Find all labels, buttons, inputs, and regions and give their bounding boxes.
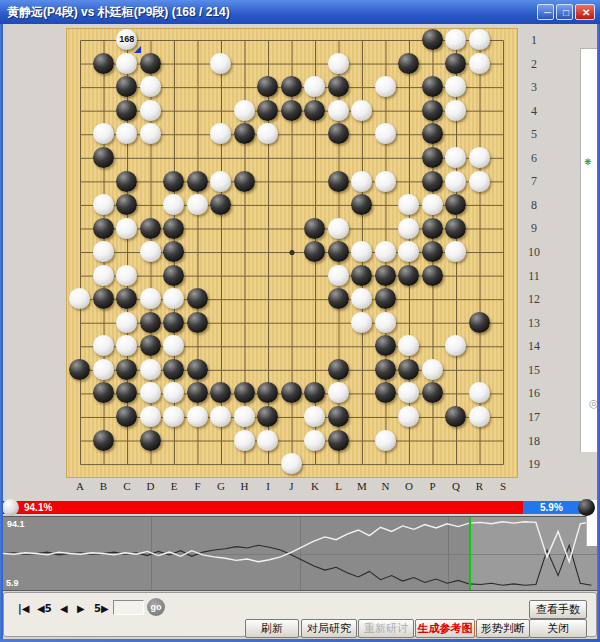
board-cell-J1[interactable] [280, 28, 304, 52]
board-cell-J11[interactable] [280, 263, 304, 287]
board-cell-B5[interactable] [92, 122, 116, 146]
board-cell-N14[interactable] [374, 334, 398, 358]
board-cell-J7[interactable] [280, 169, 304, 193]
board-cell-L15[interactable] [327, 358, 351, 382]
board-cell-L10[interactable] [327, 240, 351, 264]
board-cell-G2[interactable] [209, 52, 233, 76]
board-cell-L13[interactable] [327, 311, 351, 335]
board-cell-J3[interactable] [280, 75, 304, 99]
board-cell-H13[interactable] [233, 311, 257, 335]
board-cell-A16[interactable] [68, 381, 92, 405]
board-cell-N6[interactable] [374, 146, 398, 170]
board-cell-Q6[interactable] [444, 146, 468, 170]
board-cell-R11[interactable] [468, 263, 492, 287]
board-cell-N15[interactable] [374, 358, 398, 382]
forward-1-button[interactable]: ▶ [77, 601, 85, 615]
board-cell-E5[interactable] [162, 122, 186, 146]
board-cell-Q1[interactable] [444, 28, 468, 52]
board-cell-R9[interactable] [468, 216, 492, 240]
board-cell-Q9[interactable] [444, 216, 468, 240]
board-cell-K10[interactable] [303, 240, 327, 264]
board-cell-I1[interactable] [256, 28, 280, 52]
board-cell-C5[interactable] [115, 122, 139, 146]
board-cell-N1[interactable] [374, 28, 398, 52]
board-cell-E9[interactable] [162, 216, 186, 240]
board-cell-G1[interactable] [209, 28, 233, 52]
board-cell-P3[interactable] [421, 75, 445, 99]
board-cell-K15[interactable] [303, 358, 327, 382]
board-cell-S16[interactable] [491, 381, 515, 405]
board-cell-B18[interactable] [92, 428, 116, 452]
board-cell-O7[interactable] [397, 169, 421, 193]
board-cell-G14[interactable] [209, 334, 233, 358]
board-cell-C6[interactable] [115, 146, 139, 170]
board-cell-E11[interactable] [162, 263, 186, 287]
board-cell-G10[interactable] [209, 240, 233, 264]
board-cell-D7[interactable] [139, 169, 163, 193]
close-window-button[interactable]: ✕ [575, 4, 595, 20]
view-moves-button[interactable]: 查看手数 [529, 600, 587, 619]
board-cell-F3[interactable] [186, 75, 210, 99]
board-cell-D8[interactable] [139, 193, 163, 217]
board-cell-P11[interactable] [421, 263, 445, 287]
board-cell-L4[interactable] [327, 99, 351, 123]
board-cell-S7[interactable] [491, 169, 515, 193]
board-cell-L11[interactable] [327, 263, 351, 287]
board-cell-I5[interactable] [256, 122, 280, 146]
board-cell-H3[interactable] [233, 75, 257, 99]
board-cell-J18[interactable] [280, 428, 304, 452]
board-cell-H16[interactable] [233, 381, 257, 405]
board-cell-I11[interactable] [256, 263, 280, 287]
board-cell-B2[interactable] [92, 52, 116, 76]
board-cell-S1[interactable] [491, 28, 515, 52]
board-cell-L1[interactable] [327, 28, 351, 52]
board-cell-F16[interactable] [186, 381, 210, 405]
board-cell-Q3[interactable] [444, 75, 468, 99]
maximize-button[interactable]: □ [556, 4, 573, 20]
board-cell-D6[interactable] [139, 146, 163, 170]
board-cell-F19[interactable] [186, 452, 210, 476]
board-cell-O12[interactable] [397, 287, 421, 311]
board-cell-R19[interactable] [468, 452, 492, 476]
board-cell-L9[interactable] [327, 216, 351, 240]
board-cell-D2[interactable] [139, 52, 163, 76]
board-cell-P6[interactable] [421, 146, 445, 170]
board-cell-L14[interactable] [327, 334, 351, 358]
board-cell-Q8[interactable] [444, 193, 468, 217]
board-cell-M19[interactable] [350, 452, 374, 476]
board-cell-A8[interactable] [68, 193, 92, 217]
board-cell-Q17[interactable] [444, 405, 468, 429]
board-cell-J5[interactable] [280, 122, 304, 146]
move-number-input[interactable] [113, 600, 144, 615]
board-cell-G13[interactable] [209, 311, 233, 335]
current-move-cursor[interactable] [469, 517, 471, 590]
board-cell-P13[interactable] [421, 311, 445, 335]
board-cell-R12[interactable] [468, 287, 492, 311]
board-cell-B15[interactable] [92, 358, 116, 382]
board-cell-A12[interactable] [68, 287, 92, 311]
board-cell-J10[interactable] [280, 240, 304, 264]
board-cell-K3[interactable] [303, 75, 327, 99]
board-cell-L5[interactable] [327, 122, 351, 146]
board-cell-S13[interactable] [491, 311, 515, 335]
board-cell-I12[interactable] [256, 287, 280, 311]
board-cell-I13[interactable] [256, 311, 280, 335]
board-cell-M2[interactable] [350, 52, 374, 76]
board-cell-S2[interactable] [491, 52, 515, 76]
board-cell-H10[interactable] [233, 240, 257, 264]
board-cell-C12[interactable] [115, 287, 139, 311]
board-cell-G19[interactable] [209, 452, 233, 476]
board-cell-I10[interactable] [256, 240, 280, 264]
board-cell-I7[interactable] [256, 169, 280, 193]
board-cell-G15[interactable] [209, 358, 233, 382]
board-cell-D13[interactable] [139, 311, 163, 335]
board-cell-K18[interactable] [303, 428, 327, 452]
board-cell-C9[interactable] [115, 216, 139, 240]
board-cell-P4[interactable] [421, 99, 445, 123]
board-cell-D10[interactable] [139, 240, 163, 264]
board-cell-M15[interactable] [350, 358, 374, 382]
board-cell-A4[interactable] [68, 99, 92, 123]
board-cell-M4[interactable] [350, 99, 374, 123]
go-button[interactable]: go [147, 598, 165, 616]
board-cell-A5[interactable] [68, 122, 92, 146]
board-cell-P16[interactable] [421, 381, 445, 405]
board-cell-B17[interactable] [92, 405, 116, 429]
back-5-button[interactable]: ◀5 [37, 601, 52, 615]
board-cell-S19[interactable] [491, 452, 515, 476]
board-cell-K8[interactable] [303, 193, 327, 217]
board-cell-Q4[interactable] [444, 99, 468, 123]
board-cell-H6[interactable] [233, 146, 257, 170]
position-judgement-button[interactable]: 形势判断 [476, 619, 530, 638]
board-cell-D9[interactable] [139, 216, 163, 240]
board-cell-N16[interactable] [374, 381, 398, 405]
board-cell-A3[interactable] [68, 75, 92, 99]
board-cell-Q16[interactable] [444, 381, 468, 405]
board-cell-D18[interactable] [139, 428, 163, 452]
board-cell-B19[interactable] [92, 452, 116, 476]
board-cell-C16[interactable] [115, 381, 139, 405]
board-cell-E15[interactable] [162, 358, 186, 382]
board-cell-N19[interactable] [374, 452, 398, 476]
board-cell-R6[interactable] [468, 146, 492, 170]
minimize-button[interactable]: ─ [537, 4, 554, 20]
board-cell-H18[interactable] [233, 428, 257, 452]
board-cell-C11[interactable] [115, 263, 139, 287]
board-cell-P12[interactable] [421, 287, 445, 311]
board-cell-A13[interactable] [68, 311, 92, 335]
board-cell-N8[interactable] [374, 193, 398, 217]
board-cell-I16[interactable] [256, 381, 280, 405]
board-cell-S11[interactable] [491, 263, 515, 287]
board-cell-A7[interactable] [68, 169, 92, 193]
board-cell-P7[interactable] [421, 169, 445, 193]
board-cell-Q15[interactable] [444, 358, 468, 382]
board-cell-I19[interactable] [256, 452, 280, 476]
game-study-button[interactable]: 对局研究 [301, 619, 357, 638]
board-cell-G9[interactable] [209, 216, 233, 240]
board-cell-D12[interactable] [139, 287, 163, 311]
restudy-button[interactable]: 重新研讨 [358, 619, 414, 638]
board-cell-A17[interactable] [68, 405, 92, 429]
board-cell-I2[interactable] [256, 52, 280, 76]
generate-reference-button[interactable]: 生成参考图 [415, 619, 475, 638]
board-cell-J6[interactable] [280, 146, 304, 170]
board-cell-K11[interactable] [303, 263, 327, 287]
board-cell-F8[interactable] [186, 193, 210, 217]
board-cell-E14[interactable] [162, 334, 186, 358]
board-cell-S5[interactable] [491, 122, 515, 146]
first-move-button[interactable]: |◀ [18, 601, 29, 615]
board-cell-H9[interactable] [233, 216, 257, 240]
board-cell-O10[interactable] [397, 240, 421, 264]
board-cell-G8[interactable] [209, 193, 233, 217]
board-cell-K14[interactable] [303, 334, 327, 358]
board-cell-E12[interactable] [162, 287, 186, 311]
board-cell-G4[interactable] [209, 99, 233, 123]
board-cell-J14[interactable] [280, 334, 304, 358]
board-cell-J19[interactable] [280, 452, 304, 476]
board-cell-N13[interactable] [374, 311, 398, 335]
board-cell-R4[interactable] [468, 99, 492, 123]
board-cell-C8[interactable] [115, 193, 139, 217]
board-cell-K7[interactable] [303, 169, 327, 193]
board-cell-Q18[interactable] [444, 428, 468, 452]
board-cell-B6[interactable] [92, 146, 116, 170]
board-cell-Q2[interactable] [444, 52, 468, 76]
board-cell-M18[interactable] [350, 428, 374, 452]
board-cell-A18[interactable] [68, 428, 92, 452]
close-button[interactable]: 关闭 [529, 619, 587, 638]
board-cell-L18[interactable] [327, 428, 351, 452]
board-cell-N5[interactable] [374, 122, 398, 146]
board-cell-O8[interactable] [397, 193, 421, 217]
board-cell-R3[interactable] [468, 75, 492, 99]
board-cell-H19[interactable] [233, 452, 257, 476]
board-cell-E19[interactable] [162, 452, 186, 476]
board-cell-F5[interactable] [186, 122, 210, 146]
board-cell-O15[interactable] [397, 358, 421, 382]
board-cell-M17[interactable] [350, 405, 374, 429]
board-cell-P1[interactable] [421, 28, 445, 52]
board-cell-N7[interactable] [374, 169, 398, 193]
board-cell-L7[interactable] [327, 169, 351, 193]
board-cell-Q11[interactable] [444, 263, 468, 287]
board-cell-D4[interactable] [139, 99, 163, 123]
board-cell-H5[interactable] [233, 122, 257, 146]
board-cell-B11[interactable] [92, 263, 116, 287]
board-cell-R1[interactable] [468, 28, 492, 52]
board-cell-N17[interactable] [374, 405, 398, 429]
board-cell-K13[interactable] [303, 311, 327, 335]
board-cell-C10[interactable] [115, 240, 139, 264]
board-cell-E6[interactable] [162, 146, 186, 170]
board-cell-R13[interactable] [468, 311, 492, 335]
board-cell-B8[interactable] [92, 193, 116, 217]
board-cell-R7[interactable] [468, 169, 492, 193]
winrate-graph[interactable]: 94.1 5.9 [2, 516, 598, 591]
board-cell-N4[interactable] [374, 99, 398, 123]
board-cell-M13[interactable] [350, 311, 374, 335]
board-cell-P9[interactable] [421, 216, 445, 240]
board-cell-P18[interactable] [421, 428, 445, 452]
board-cell-B9[interactable] [92, 216, 116, 240]
board-cell-E16[interactable] [162, 381, 186, 405]
board-cell-A19[interactable] [68, 452, 92, 476]
board-cell-F13[interactable] [186, 311, 210, 335]
board-cell-S8[interactable] [491, 193, 515, 217]
board-cell-R16[interactable] [468, 381, 492, 405]
board-cell-D17[interactable] [139, 405, 163, 429]
board-cell-C2[interactable] [115, 52, 139, 76]
board-cell-I17[interactable] [256, 405, 280, 429]
board-cell-S15[interactable] [491, 358, 515, 382]
board-cell-K6[interactable] [303, 146, 327, 170]
board-cell-E8[interactable] [162, 193, 186, 217]
board-cell-Q14[interactable] [444, 334, 468, 358]
board-cell-D15[interactable] [139, 358, 163, 382]
board-cell-R2[interactable] [468, 52, 492, 76]
board-cell-F17[interactable] [186, 405, 210, 429]
board-cell-J16[interactable] [280, 381, 304, 405]
board-cell-C4[interactable] [115, 99, 139, 123]
board-cell-P5[interactable] [421, 122, 445, 146]
board-cell-M6[interactable] [350, 146, 374, 170]
board-cell-H17[interactable] [233, 405, 257, 429]
board-cell-D11[interactable] [139, 263, 163, 287]
board-cell-M11[interactable] [350, 263, 374, 287]
board-cell-D16[interactable] [139, 381, 163, 405]
board-cell-L12[interactable] [327, 287, 351, 311]
board-cell-N12[interactable] [374, 287, 398, 311]
board-cell-P14[interactable] [421, 334, 445, 358]
board-cell-D14[interactable] [139, 334, 163, 358]
board-cell-H7[interactable] [233, 169, 257, 193]
board-cell-G7[interactable] [209, 169, 233, 193]
board-cell-C13[interactable] [115, 311, 139, 335]
board-cell-O18[interactable] [397, 428, 421, 452]
board-cell-F11[interactable] [186, 263, 210, 287]
board-cell-E13[interactable] [162, 311, 186, 335]
board-cell-M10[interactable] [350, 240, 374, 264]
board-cell-R8[interactable] [468, 193, 492, 217]
board-cell-B4[interactable] [92, 99, 116, 123]
board-cell-A15[interactable] [68, 358, 92, 382]
board-cell-P15[interactable] [421, 358, 445, 382]
board-cell-N10[interactable] [374, 240, 398, 264]
board-cell-I8[interactable] [256, 193, 280, 217]
board-cell-F7[interactable] [186, 169, 210, 193]
board-cell-G5[interactable] [209, 122, 233, 146]
board-cell-L6[interactable] [327, 146, 351, 170]
board-cell-E18[interactable] [162, 428, 186, 452]
board-cell-R18[interactable] [468, 428, 492, 452]
board-cell-H2[interactable] [233, 52, 257, 76]
board-cell-O4[interactable] [397, 99, 421, 123]
board-cell-G17[interactable] [209, 405, 233, 429]
board-cell-A2[interactable] [68, 52, 92, 76]
board-cell-M12[interactable] [350, 287, 374, 311]
board-cell-I4[interactable] [256, 99, 280, 123]
board-cell-I18[interactable] [256, 428, 280, 452]
board-cell-F14[interactable] [186, 334, 210, 358]
board-cell-J4[interactable] [280, 99, 304, 123]
board-cell-B16[interactable] [92, 381, 116, 405]
board-cell-A6[interactable] [68, 146, 92, 170]
board-cell-M1[interactable] [350, 28, 374, 52]
board-cell-R10[interactable] [468, 240, 492, 264]
board-cell-Q7[interactable] [444, 169, 468, 193]
board-cell-S3[interactable] [491, 75, 515, 99]
board-cell-P19[interactable] [421, 452, 445, 476]
board-cell-S12[interactable] [491, 287, 515, 311]
board-cell-E17[interactable] [162, 405, 186, 429]
board-cell-S14[interactable] [491, 334, 515, 358]
board-cell-O16[interactable] [397, 381, 421, 405]
board-cell-G11[interactable] [209, 263, 233, 287]
board-cell-L8[interactable] [327, 193, 351, 217]
board-cell-H12[interactable] [233, 287, 257, 311]
board-cell-D1[interactable] [139, 28, 163, 52]
board-cell-F18[interactable] [186, 428, 210, 452]
board-cell-A11[interactable] [68, 263, 92, 287]
board-cell-G6[interactable] [209, 146, 233, 170]
board-cell-Q5[interactable] [444, 122, 468, 146]
board-cell-J15[interactable] [280, 358, 304, 382]
board-cell-B3[interactable] [92, 75, 116, 99]
board-cell-P8[interactable] [421, 193, 445, 217]
board-cell-S9[interactable] [491, 216, 515, 240]
board-cell-B14[interactable] [92, 334, 116, 358]
board-cell-E3[interactable] [162, 75, 186, 99]
board-cell-K17[interactable] [303, 405, 327, 429]
board-cell-R15[interactable] [468, 358, 492, 382]
board-cell-M5[interactable] [350, 122, 374, 146]
board-cell-M16[interactable] [350, 381, 374, 405]
board-cell-O1[interactable] [397, 28, 421, 52]
board-cell-A14[interactable] [68, 334, 92, 358]
board-cell-P17[interactable] [421, 405, 445, 429]
board-cell-O9[interactable] [397, 216, 421, 240]
forward-5-button[interactable]: 5▶ [94, 601, 109, 615]
board-cell-N11[interactable] [374, 263, 398, 287]
board-cell-O13[interactable] [397, 311, 421, 335]
board-cell-K4[interactable] [303, 99, 327, 123]
board-cell-F6[interactable] [186, 146, 210, 170]
board-cell-I15[interactable] [256, 358, 280, 382]
board-cell-K2[interactable] [303, 52, 327, 76]
board-cell-C18[interactable] [115, 428, 139, 452]
board-cell-Q12[interactable] [444, 287, 468, 311]
board-cell-B12[interactable] [92, 287, 116, 311]
board-cell-F12[interactable] [186, 287, 210, 311]
board-cell-N2[interactable] [374, 52, 398, 76]
board-cell-L3[interactable] [327, 75, 351, 99]
board-cell-M8[interactable] [350, 193, 374, 217]
board-cell-G12[interactable] [209, 287, 233, 311]
board-cell-D19[interactable] [139, 452, 163, 476]
board-cell-M9[interactable] [350, 216, 374, 240]
board-cell-H1[interactable] [233, 28, 257, 52]
board-cell-R5[interactable] [468, 122, 492, 146]
board-cell-E10[interactable] [162, 240, 186, 264]
board-cell-G16[interactable] [209, 381, 233, 405]
board-cell-J13[interactable] [280, 311, 304, 335]
